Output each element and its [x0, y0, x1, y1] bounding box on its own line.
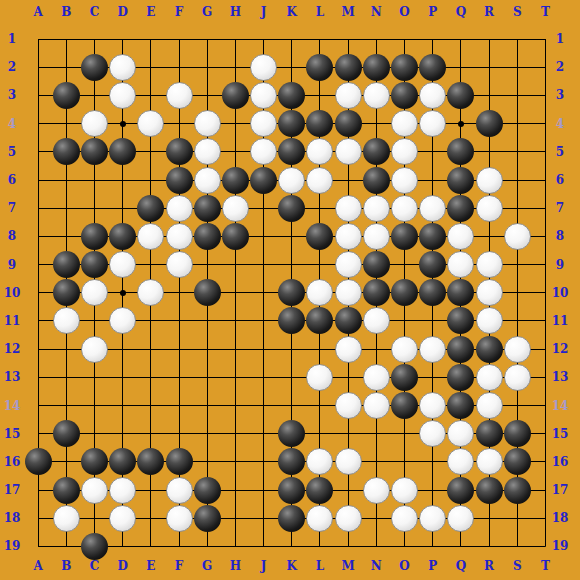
intersection-B16[interactable] — [52, 448, 80, 476]
intersection-L16[interactable] — [306, 448, 334, 476]
intersection-K3[interactable] — [278, 81, 306, 109]
intersection-J12[interactable] — [250, 335, 278, 363]
intersection-G9[interactable] — [193, 251, 221, 279]
intersection-Q9[interactable] — [447, 251, 475, 279]
intersection-F15[interactable] — [165, 420, 193, 448]
intersection-R2[interactable] — [475, 53, 503, 81]
intersection-D11[interactable] — [109, 307, 137, 335]
intersection-N1[interactable] — [362, 25, 390, 53]
intersection-S19[interactable] — [503, 532, 531, 560]
intersection-D9[interactable] — [109, 251, 137, 279]
intersection-M13[interactable] — [334, 363, 362, 391]
intersection-S13[interactable] — [503, 363, 531, 391]
intersection-Q7[interactable] — [447, 194, 475, 222]
intersection-N11[interactable] — [362, 307, 390, 335]
intersection-B14[interactable] — [52, 391, 80, 419]
intersection-Q3[interactable] — [447, 81, 475, 109]
intersection-F3[interactable] — [165, 81, 193, 109]
intersection-D14[interactable] — [109, 391, 137, 419]
intersection-A2[interactable] — [24, 53, 52, 81]
intersection-H16[interactable] — [221, 448, 249, 476]
intersection-H10[interactable] — [221, 279, 249, 307]
intersection-Q13[interactable] — [447, 363, 475, 391]
intersection-D3[interactable] — [109, 81, 137, 109]
intersection-K4[interactable] — [278, 110, 306, 138]
intersection-H6[interactable] — [221, 166, 249, 194]
intersection-K7[interactable] — [278, 194, 306, 222]
intersection-F9[interactable] — [165, 251, 193, 279]
intersection-T1[interactable] — [531, 25, 559, 53]
intersection-L15[interactable] — [306, 420, 334, 448]
intersection-K2[interactable] — [278, 53, 306, 81]
intersection-Q8[interactable] — [447, 222, 475, 250]
intersection-J15[interactable] — [250, 420, 278, 448]
intersection-N19[interactable] — [362, 532, 390, 560]
intersection-A13[interactable] — [24, 363, 52, 391]
intersection-K15[interactable] — [278, 420, 306, 448]
intersection-A3[interactable] — [24, 81, 52, 109]
intersection-P13[interactable] — [419, 363, 447, 391]
intersection-B6[interactable] — [52, 166, 80, 194]
intersection-D13[interactable] — [109, 363, 137, 391]
intersection-E19[interactable] — [137, 532, 165, 560]
intersection-T19[interactable] — [531, 532, 559, 560]
intersection-R7[interactable] — [475, 194, 503, 222]
intersection-B15[interactable] — [52, 420, 80, 448]
intersection-G6[interactable] — [193, 166, 221, 194]
intersection-O10[interactable] — [390, 279, 418, 307]
intersection-F17[interactable] — [165, 476, 193, 504]
intersection-J4[interactable] — [250, 110, 278, 138]
intersection-J1[interactable] — [250, 25, 278, 53]
intersection-A10[interactable] — [24, 279, 52, 307]
intersection-P1[interactable] — [419, 25, 447, 53]
intersection-H18[interactable] — [221, 504, 249, 532]
intersection-D12[interactable] — [109, 335, 137, 363]
intersection-G13[interactable] — [193, 363, 221, 391]
intersection-T16[interactable] — [531, 448, 559, 476]
intersection-D4[interactable] — [109, 110, 137, 138]
intersection-G16[interactable] — [193, 448, 221, 476]
intersection-M6[interactable] — [334, 166, 362, 194]
intersection-E10[interactable] — [137, 279, 165, 307]
intersection-A18[interactable] — [24, 504, 52, 532]
intersection-B9[interactable] — [52, 251, 80, 279]
intersection-H15[interactable] — [221, 420, 249, 448]
intersection-M1[interactable] — [334, 25, 362, 53]
intersection-K18[interactable] — [278, 504, 306, 532]
intersection-P7[interactable] — [419, 194, 447, 222]
intersection-O8[interactable] — [390, 222, 418, 250]
intersection-L7[interactable] — [306, 194, 334, 222]
intersection-E9[interactable] — [137, 251, 165, 279]
intersection-K12[interactable] — [278, 335, 306, 363]
intersection-R16[interactable] — [475, 448, 503, 476]
intersection-D15[interactable] — [109, 420, 137, 448]
intersection-N10[interactable] — [362, 279, 390, 307]
intersection-Q5[interactable] — [447, 138, 475, 166]
intersection-S2[interactable] — [503, 53, 531, 81]
intersection-C18[interactable] — [80, 504, 108, 532]
intersection-H9[interactable] — [221, 251, 249, 279]
intersection-P17[interactable] — [419, 476, 447, 504]
intersection-B19[interactable] — [52, 532, 80, 560]
intersection-O2[interactable] — [390, 53, 418, 81]
intersection-M3[interactable] — [334, 81, 362, 109]
intersection-C10[interactable] — [80, 279, 108, 307]
intersection-R13[interactable] — [475, 363, 503, 391]
intersection-N12[interactable] — [362, 335, 390, 363]
intersection-S9[interactable] — [503, 251, 531, 279]
intersection-D7[interactable] — [109, 194, 137, 222]
intersection-P8[interactable] — [419, 222, 447, 250]
intersection-D10[interactable] — [109, 279, 137, 307]
intersection-L18[interactable] — [306, 504, 334, 532]
intersection-R8[interactable] — [475, 222, 503, 250]
intersection-B7[interactable] — [52, 194, 80, 222]
intersection-H13[interactable] — [221, 363, 249, 391]
intersection-R6[interactable] — [475, 166, 503, 194]
intersection-S15[interactable] — [503, 420, 531, 448]
intersection-T14[interactable] — [531, 391, 559, 419]
intersection-J13[interactable] — [250, 363, 278, 391]
intersection-D1[interactable] — [109, 25, 137, 53]
intersection-J17[interactable] — [250, 476, 278, 504]
intersection-G4[interactable] — [193, 110, 221, 138]
intersection-T9[interactable] — [531, 251, 559, 279]
intersection-E15[interactable] — [137, 420, 165, 448]
intersection-T8[interactable] — [531, 222, 559, 250]
intersection-G8[interactable] — [193, 222, 221, 250]
intersection-R4[interactable] — [475, 110, 503, 138]
intersection-Q17[interactable] — [447, 476, 475, 504]
intersection-S4[interactable] — [503, 110, 531, 138]
intersection-B11[interactable] — [52, 307, 80, 335]
intersection-B3[interactable] — [52, 81, 80, 109]
intersection-J19[interactable] — [250, 532, 278, 560]
intersection-Q2[interactable] — [447, 53, 475, 81]
intersection-K13[interactable] — [278, 363, 306, 391]
intersection-O15[interactable] — [390, 420, 418, 448]
intersection-A19[interactable] — [24, 532, 52, 560]
intersection-C5[interactable] — [80, 138, 108, 166]
intersection-P6[interactable] — [419, 166, 447, 194]
intersection-Q1[interactable] — [447, 25, 475, 53]
intersection-C6[interactable] — [80, 166, 108, 194]
intersection-E5[interactable] — [137, 138, 165, 166]
intersection-S3[interactable] — [503, 81, 531, 109]
intersection-K14[interactable] — [278, 391, 306, 419]
intersection-H7[interactable] — [221, 194, 249, 222]
intersection-K16[interactable] — [278, 448, 306, 476]
intersection-S5[interactable] — [503, 138, 531, 166]
intersection-T17[interactable] — [531, 476, 559, 504]
intersection-S17[interactable] — [503, 476, 531, 504]
intersection-L14[interactable] — [306, 391, 334, 419]
intersection-E8[interactable] — [137, 222, 165, 250]
intersection-S11[interactable] — [503, 307, 531, 335]
intersection-F13[interactable] — [165, 363, 193, 391]
intersection-T2[interactable] — [531, 53, 559, 81]
intersection-P4[interactable] — [419, 110, 447, 138]
intersection-P19[interactable] — [419, 532, 447, 560]
intersection-P10[interactable] — [419, 279, 447, 307]
intersection-L17[interactable] — [306, 476, 334, 504]
intersection-H2[interactable] — [221, 53, 249, 81]
intersection-Q18[interactable] — [447, 504, 475, 532]
intersection-L12[interactable] — [306, 335, 334, 363]
intersection-G7[interactable] — [193, 194, 221, 222]
intersection-S7[interactable] — [503, 194, 531, 222]
intersection-O16[interactable] — [390, 448, 418, 476]
intersection-Q16[interactable] — [447, 448, 475, 476]
intersection-M15[interactable] — [334, 420, 362, 448]
intersection-O6[interactable] — [390, 166, 418, 194]
intersection-R12[interactable] — [475, 335, 503, 363]
intersection-A6[interactable] — [24, 166, 52, 194]
intersection-L13[interactable] — [306, 363, 334, 391]
intersection-J14[interactable] — [250, 391, 278, 419]
intersection-C2[interactable] — [80, 53, 108, 81]
intersection-N8[interactable] — [362, 222, 390, 250]
intersection-H3[interactable] — [221, 81, 249, 109]
intersection-A7[interactable] — [24, 194, 52, 222]
intersection-A9[interactable] — [24, 251, 52, 279]
intersection-R3[interactable] — [475, 81, 503, 109]
intersection-H17[interactable] — [221, 476, 249, 504]
intersection-N3[interactable] — [362, 81, 390, 109]
intersection-R19[interactable] — [475, 532, 503, 560]
intersection-H19[interactable] — [221, 532, 249, 560]
intersection-O14[interactable] — [390, 391, 418, 419]
intersection-C9[interactable] — [80, 251, 108, 279]
intersection-Q14[interactable] — [447, 391, 475, 419]
intersection-F4[interactable] — [165, 110, 193, 138]
intersection-P18[interactable] — [419, 504, 447, 532]
intersection-P14[interactable] — [419, 391, 447, 419]
intersection-S14[interactable] — [503, 391, 531, 419]
intersection-O3[interactable] — [390, 81, 418, 109]
intersection-C11[interactable] — [80, 307, 108, 335]
intersection-E11[interactable] — [137, 307, 165, 335]
intersection-B4[interactable] — [52, 110, 80, 138]
intersection-C4[interactable] — [80, 110, 108, 138]
intersection-S16[interactable] — [503, 448, 531, 476]
intersection-F19[interactable] — [165, 532, 193, 560]
intersection-D5[interactable] — [109, 138, 137, 166]
intersection-L8[interactable] — [306, 222, 334, 250]
intersection-Q15[interactable] — [447, 420, 475, 448]
intersection-C8[interactable] — [80, 222, 108, 250]
intersection-J9[interactable] — [250, 251, 278, 279]
intersection-J5[interactable] — [250, 138, 278, 166]
intersection-A8[interactable] — [24, 222, 52, 250]
intersection-D17[interactable] — [109, 476, 137, 504]
intersection-F14[interactable] — [165, 391, 193, 419]
intersection-K1[interactable] — [278, 25, 306, 53]
intersection-C19[interactable] — [80, 532, 108, 560]
intersection-B17[interactable] — [52, 476, 80, 504]
intersection-O13[interactable] — [390, 363, 418, 391]
intersection-L19[interactable] — [306, 532, 334, 560]
intersection-E6[interactable] — [137, 166, 165, 194]
intersection-M18[interactable] — [334, 504, 362, 532]
intersection-B1[interactable] — [52, 25, 80, 53]
intersection-K17[interactable] — [278, 476, 306, 504]
intersection-M7[interactable] — [334, 194, 362, 222]
intersection-N14[interactable] — [362, 391, 390, 419]
intersection-E16[interactable] — [137, 448, 165, 476]
intersection-B12[interactable] — [52, 335, 80, 363]
intersection-H12[interactable] — [221, 335, 249, 363]
intersection-J3[interactable] — [250, 81, 278, 109]
intersection-E1[interactable] — [137, 25, 165, 53]
intersection-A14[interactable] — [24, 391, 52, 419]
intersection-F1[interactable] — [165, 25, 193, 53]
intersection-P3[interactable] — [419, 81, 447, 109]
intersection-R11[interactable] — [475, 307, 503, 335]
intersection-M16[interactable] — [334, 448, 362, 476]
intersection-Q10[interactable] — [447, 279, 475, 307]
intersection-B10[interactable] — [52, 279, 80, 307]
intersection-P12[interactable] — [419, 335, 447, 363]
intersection-L1[interactable] — [306, 25, 334, 53]
intersection-C12[interactable] — [80, 335, 108, 363]
intersection-H4[interactable] — [221, 110, 249, 138]
intersection-C13[interactable] — [80, 363, 108, 391]
intersection-D16[interactable] — [109, 448, 137, 476]
intersection-L6[interactable] — [306, 166, 334, 194]
intersection-R18[interactable] — [475, 504, 503, 532]
intersection-D6[interactable] — [109, 166, 137, 194]
intersection-S1[interactable] — [503, 25, 531, 53]
intersection-F12[interactable] — [165, 335, 193, 363]
intersection-T5[interactable] — [531, 138, 559, 166]
intersection-L2[interactable] — [306, 53, 334, 81]
intersection-P5[interactable] — [419, 138, 447, 166]
intersection-R15[interactable] — [475, 420, 503, 448]
intersection-N15[interactable] — [362, 420, 390, 448]
intersection-T18[interactable] — [531, 504, 559, 532]
intersection-A11[interactable] — [24, 307, 52, 335]
go-board[interactable] — [24, 25, 560, 561]
intersection-R5[interactable] — [475, 138, 503, 166]
intersection-M11[interactable] — [334, 307, 362, 335]
intersection-M17[interactable] — [334, 476, 362, 504]
intersection-G19[interactable] — [193, 532, 221, 560]
intersection-M19[interactable] — [334, 532, 362, 560]
intersection-O5[interactable] — [390, 138, 418, 166]
intersection-J6[interactable] — [250, 166, 278, 194]
intersection-C7[interactable] — [80, 194, 108, 222]
intersection-T11[interactable] — [531, 307, 559, 335]
intersection-Q12[interactable] — [447, 335, 475, 363]
intersection-J16[interactable] — [250, 448, 278, 476]
intersection-M4[interactable] — [334, 110, 362, 138]
intersection-E4[interactable] — [137, 110, 165, 138]
intersection-E18[interactable] — [137, 504, 165, 532]
intersection-M12[interactable] — [334, 335, 362, 363]
intersection-G1[interactable] — [193, 25, 221, 53]
intersection-S10[interactable] — [503, 279, 531, 307]
intersection-L10[interactable] — [306, 279, 334, 307]
intersection-F7[interactable] — [165, 194, 193, 222]
intersection-R14[interactable] — [475, 391, 503, 419]
intersection-A16[interactable] — [24, 448, 52, 476]
intersection-B8[interactable] — [52, 222, 80, 250]
intersection-L4[interactable] — [306, 110, 334, 138]
intersection-K6[interactable] — [278, 166, 306, 194]
intersection-A12[interactable] — [24, 335, 52, 363]
intersection-N9[interactable] — [362, 251, 390, 279]
intersection-H5[interactable] — [221, 138, 249, 166]
intersection-C15[interactable] — [80, 420, 108, 448]
intersection-H14[interactable] — [221, 391, 249, 419]
intersection-P11[interactable] — [419, 307, 447, 335]
intersection-E17[interactable] — [137, 476, 165, 504]
intersection-H1[interactable] — [221, 25, 249, 53]
intersection-C17[interactable] — [80, 476, 108, 504]
intersection-K9[interactable] — [278, 251, 306, 279]
intersection-G12[interactable] — [193, 335, 221, 363]
intersection-S6[interactable] — [503, 166, 531, 194]
intersection-G11[interactable] — [193, 307, 221, 335]
intersection-G3[interactable] — [193, 81, 221, 109]
intersection-Q4[interactable] — [447, 110, 475, 138]
intersection-K19[interactable] — [278, 532, 306, 560]
intersection-G2[interactable] — [193, 53, 221, 81]
intersection-H8[interactable] — [221, 222, 249, 250]
intersection-E14[interactable] — [137, 391, 165, 419]
intersection-F6[interactable] — [165, 166, 193, 194]
intersection-M14[interactable] — [334, 391, 362, 419]
intersection-T6[interactable] — [531, 166, 559, 194]
intersection-T10[interactable] — [531, 279, 559, 307]
intersection-O19[interactable] — [390, 532, 418, 560]
intersection-N13[interactable] — [362, 363, 390, 391]
intersection-O7[interactable] — [390, 194, 418, 222]
intersection-O12[interactable] — [390, 335, 418, 363]
intersection-T12[interactable] — [531, 335, 559, 363]
intersection-N2[interactable] — [362, 53, 390, 81]
intersection-B18[interactable] — [52, 504, 80, 532]
intersection-P16[interactable] — [419, 448, 447, 476]
intersection-A15[interactable] — [24, 420, 52, 448]
intersection-C14[interactable] — [80, 391, 108, 419]
intersection-B5[interactable] — [52, 138, 80, 166]
intersection-K11[interactable] — [278, 307, 306, 335]
intersection-J7[interactable] — [250, 194, 278, 222]
intersection-N6[interactable] — [362, 166, 390, 194]
intersection-E13[interactable] — [137, 363, 165, 391]
intersection-D8[interactable] — [109, 222, 137, 250]
intersection-J8[interactable] — [250, 222, 278, 250]
intersection-K8[interactable] — [278, 222, 306, 250]
intersection-J10[interactable] — [250, 279, 278, 307]
intersection-O9[interactable] — [390, 251, 418, 279]
intersection-J11[interactable] — [250, 307, 278, 335]
intersection-B13[interactable] — [52, 363, 80, 391]
intersection-E7[interactable] — [137, 194, 165, 222]
intersection-F11[interactable] — [165, 307, 193, 335]
intersection-D2[interactable] — [109, 53, 137, 81]
intersection-M5[interactable] — [334, 138, 362, 166]
intersection-F2[interactable] — [165, 53, 193, 81]
intersection-A4[interactable] — [24, 110, 52, 138]
intersection-L9[interactable] — [306, 251, 334, 279]
intersection-C3[interactable] — [80, 81, 108, 109]
intersection-N16[interactable] — [362, 448, 390, 476]
